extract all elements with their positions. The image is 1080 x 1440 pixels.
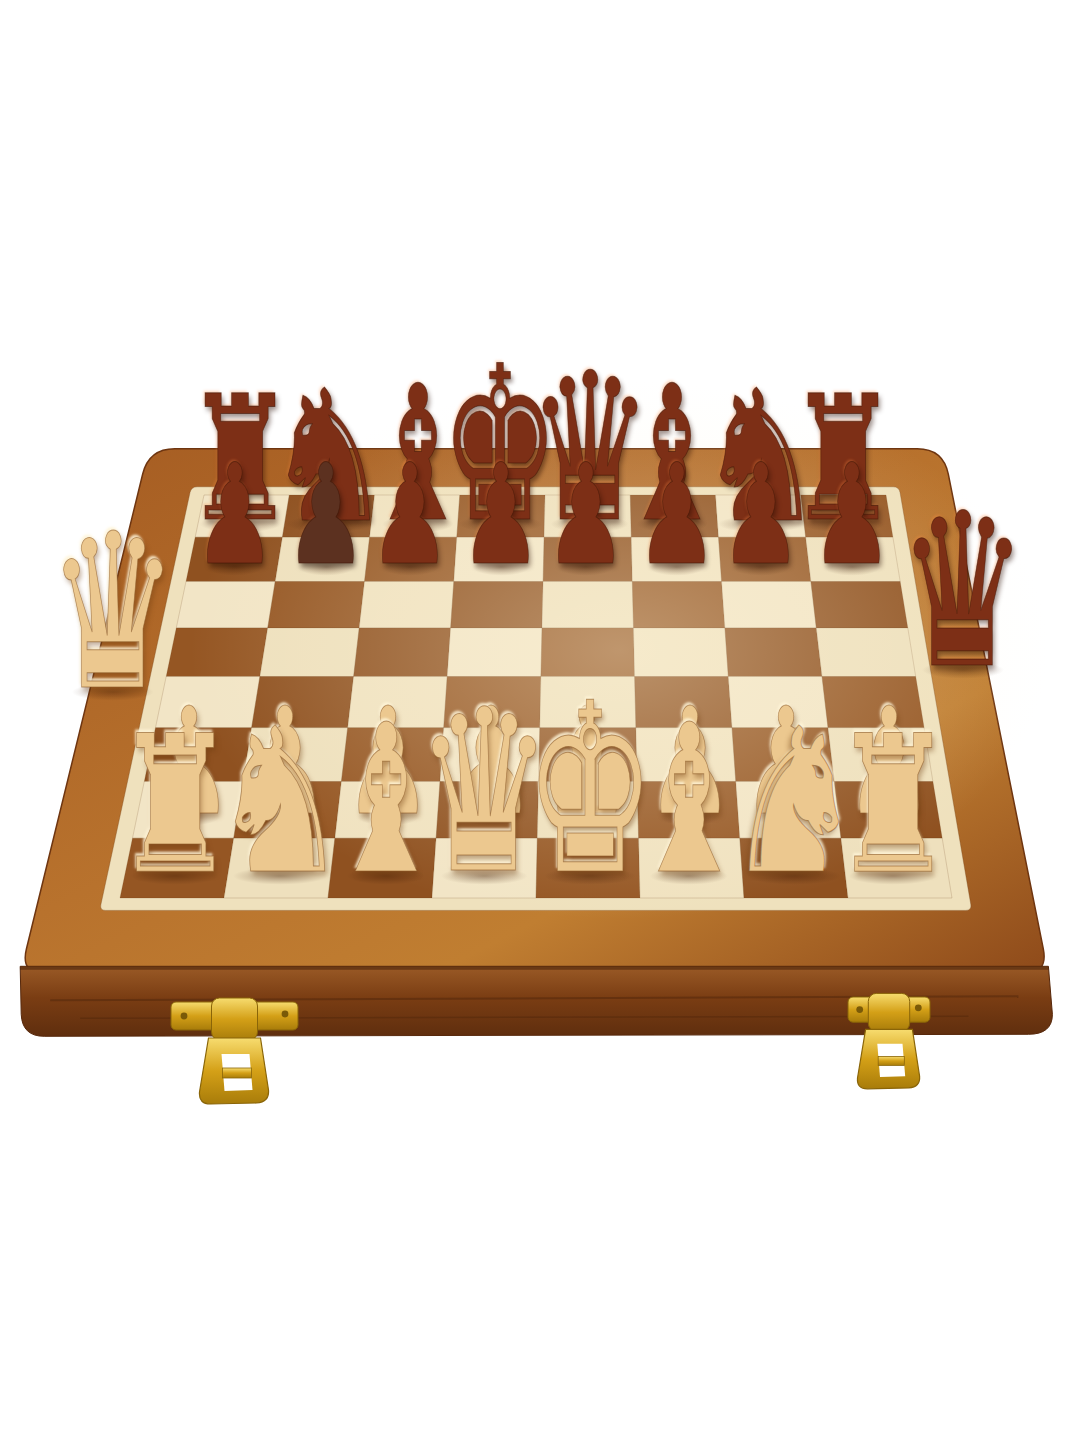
- pawn-glyph: ♟: [720, 446, 802, 585]
- pawn-glyph: ♟: [460, 446, 542, 585]
- pawn-glyph: ♟: [636, 446, 718, 585]
- pawn-glyph: ♟: [285, 446, 367, 585]
- left-latch: [171, 998, 298, 1104]
- pawn-glyph: ♟: [369, 446, 451, 585]
- pawn-glyph: ♟: [545, 446, 627, 585]
- right-latch: [848, 993, 930, 1088]
- chess-set-photo: ♜♞♝♚♛♝♞♜♟♟♟♟♟♟♟♟♛♛♟♟♟♟♟♟♟♟♜♞♝♛♚♝♞♜: [0, 0, 1080, 1440]
- pawn-glyph: ♟: [811, 446, 893, 585]
- rook-glyph: ♜: [831, 710, 954, 900]
- queen-glyph: ♛: [898, 485, 1028, 698]
- pawn-glyph: ♟: [194, 446, 276, 585]
